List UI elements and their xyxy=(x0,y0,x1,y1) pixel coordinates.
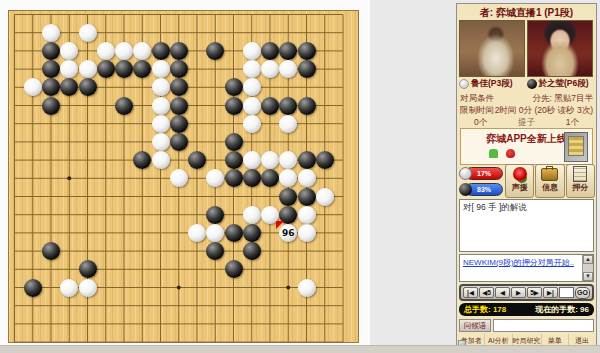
white-player: 鲁佳(P3段) xyxy=(459,78,527,90)
white-stone xyxy=(42,24,60,42)
betting-link[interactable]: NEWKIM(9段)的押分对局开始.. xyxy=(460,255,593,270)
coin-stack-icon xyxy=(573,166,587,182)
white-stone xyxy=(188,224,206,242)
black-stone xyxy=(316,151,334,169)
nav-back-button[interactable]: ◀ xyxy=(495,287,510,298)
cheer-button[interactable]: 声援 xyxy=(505,164,534,198)
black-stone xyxy=(152,42,170,60)
move-navigator: |◀ ◀5 ◀ ▶ 5▶ ▶| GO xyxy=(459,284,594,301)
black-stone xyxy=(298,151,316,169)
black-bar-row: 83% xyxy=(459,183,503,196)
nav-first-button[interactable]: |◀ xyxy=(463,287,478,298)
white-stone xyxy=(152,115,170,133)
go-button[interactable]: GO xyxy=(575,287,590,299)
info-label: 信息 xyxy=(536,183,563,193)
app-banner[interactable]: 弈城APP全新上线 xyxy=(460,128,593,165)
greeting-button[interactable]: 问候语 xyxy=(459,319,491,332)
banner-icons xyxy=(489,149,515,158)
black-stone xyxy=(115,60,133,78)
black-stone xyxy=(170,60,188,78)
black-player-photo xyxy=(527,20,593,77)
nav-back5-button[interactable]: ◀5 xyxy=(479,287,494,298)
black-stone xyxy=(225,97,243,115)
nav-last-button[interactable]: ▶| xyxy=(543,287,558,298)
white-stone xyxy=(170,169,188,187)
feed-scrollbar[interactable]: ▲ ▼ xyxy=(582,255,593,281)
white-stone xyxy=(79,279,97,297)
move-status-bar: 总手数: 178 现在的手数: 96 xyxy=(459,303,594,316)
black-stone xyxy=(279,188,297,206)
time-row: 限制时间 2时间 0分 (20秒 读秒 3次) xyxy=(460,104,593,116)
chat-input[interactable] xyxy=(493,319,594,332)
white-stone xyxy=(261,60,279,78)
white-stone xyxy=(243,206,261,224)
black-stone xyxy=(170,97,188,115)
cheer-label: 声援 xyxy=(506,183,533,193)
white-stone xyxy=(152,97,170,115)
white-stone xyxy=(243,115,261,133)
white-stone xyxy=(298,206,316,224)
black-stone xyxy=(170,78,188,96)
black-stone xyxy=(243,169,261,187)
star-point xyxy=(286,286,290,290)
white-ball-icon xyxy=(459,167,472,180)
nav-forward-button[interactable]: ▶ xyxy=(511,287,526,298)
bet-button[interactable]: 押分 xyxy=(566,164,595,198)
white-stone xyxy=(152,60,170,78)
black-stone xyxy=(42,97,60,115)
black-stone xyxy=(298,97,316,115)
white-stone xyxy=(79,60,97,78)
black-stone xyxy=(298,60,316,78)
conditions-value: 分先: 黑贴7目半 xyxy=(533,92,593,104)
last-move-marker-icon xyxy=(276,221,284,229)
white-player-photo xyxy=(459,20,525,77)
black-stone xyxy=(261,42,279,60)
player-photos xyxy=(459,20,594,77)
captures-row: 0个 提子 1个 xyxy=(460,116,593,128)
black-stone xyxy=(115,97,133,115)
android-icon xyxy=(489,149,498,158)
black-stone xyxy=(170,42,188,60)
black-stone xyxy=(170,133,188,151)
star-point xyxy=(177,286,181,290)
black-stone xyxy=(24,279,42,297)
white-stone xyxy=(261,151,279,169)
white-player-name: 鲁佳(P3段) xyxy=(471,78,513,90)
conditions-label: 对局条件 xyxy=(460,92,494,104)
black-stone xyxy=(225,78,243,96)
black-stone xyxy=(79,260,97,278)
scroll-down-icon[interactable]: ▼ xyxy=(583,272,593,281)
black-stone xyxy=(170,115,188,133)
black-stone-icon xyxy=(527,79,537,89)
scroll-up-icon[interactable]: ▲ xyxy=(583,255,593,264)
white-stone xyxy=(152,133,170,151)
board-area: 96 xyxy=(0,0,370,346)
info-button[interactable]: 信息 xyxy=(535,164,564,198)
briefcase-icon xyxy=(541,168,558,181)
white-stone xyxy=(243,60,261,78)
conditions-row: 对局条件 分先: 黑贴7目半 xyxy=(460,92,593,104)
black-stone xyxy=(225,169,243,187)
white-stone-icon xyxy=(459,79,469,89)
total-moves: 总手数: 178 xyxy=(464,304,506,315)
black-stone xyxy=(279,97,297,115)
black-stone xyxy=(42,242,60,260)
nav-forward5-button[interactable]: 5▶ xyxy=(527,287,542,298)
greeting-row: 问候语 xyxy=(459,319,594,332)
move-number-input[interactable] xyxy=(559,287,574,298)
white-stone xyxy=(79,24,97,42)
white-stone xyxy=(24,78,42,96)
black-player: 於之莹(P6段) xyxy=(527,78,595,90)
white-stone xyxy=(243,78,261,96)
black-stone xyxy=(206,206,224,224)
time-value: 2时间 0分 (20秒 读秒 3次) xyxy=(495,104,593,116)
white-stone xyxy=(298,279,316,297)
white-stone xyxy=(298,224,316,242)
bet-label: 押分 xyxy=(567,183,594,193)
betting-feed[interactable]: NEWKIM(9段)的押分对局开始.. ▲ ▼ xyxy=(459,254,594,282)
black-stone xyxy=(42,42,60,60)
white-stone xyxy=(115,42,133,60)
captures-white: 0个 xyxy=(474,116,487,128)
rose-icon xyxy=(513,167,527,181)
black-stone xyxy=(225,224,243,242)
white-stone xyxy=(316,188,334,206)
commentary-box[interactable]: 对[ 96 手 ]的解说 xyxy=(459,199,594,252)
black-stone xyxy=(225,260,243,278)
go-board[interactable]: 96 xyxy=(8,10,359,343)
white-stone xyxy=(152,151,170,169)
white-stone xyxy=(60,279,78,297)
white-stone xyxy=(97,42,115,60)
side-panel: 者: 弈城直播1 (P1段) 鲁佳(P3段) 於之莹(P6段) 对局条件 分先:… xyxy=(456,3,597,348)
time-label: 限制时间 xyxy=(460,104,494,116)
black-stone xyxy=(42,60,60,78)
black-stone xyxy=(243,242,261,260)
black-stone xyxy=(188,151,206,169)
captures-label: 提子 xyxy=(518,116,535,128)
broadcast-title: 者: 弈城直播1 (P1段) xyxy=(459,6,594,19)
white-stone xyxy=(298,169,316,187)
black-stone xyxy=(261,97,279,115)
captures-black: 1个 xyxy=(566,116,579,128)
white-bar-row: 17% xyxy=(459,167,503,180)
star-point xyxy=(67,176,71,180)
black-stone xyxy=(243,224,261,242)
black-stone xyxy=(298,42,316,60)
black-stone xyxy=(225,151,243,169)
black-stone xyxy=(225,133,243,151)
black-stone xyxy=(97,60,115,78)
white-stone xyxy=(279,115,297,133)
black-stone xyxy=(298,188,316,206)
apple-icon xyxy=(506,149,515,158)
white-stone xyxy=(152,78,170,96)
betting-bars: 17% 83% xyxy=(459,167,503,199)
action-buttons: 声援 信息 押分 xyxy=(505,164,595,198)
current-move: 现在的手数: 96 xyxy=(535,304,589,315)
commentary-text: 对[ 96 手 ]的解说 xyxy=(463,202,527,212)
app-window: 96 者: 弈城直播1 (P1段) 鲁佳(P3段) 於之莹(P6段) 对局条件 … xyxy=(0,0,600,353)
black-ball-icon xyxy=(459,183,472,196)
white-stone xyxy=(243,97,261,115)
black-player-name: 於之莹(P6段) xyxy=(539,78,589,90)
black-stone xyxy=(79,78,97,96)
window-bottom-strip xyxy=(0,345,600,353)
phone-icon xyxy=(564,132,588,162)
player-names: 鲁佳(P3段) 於之莹(P6段) xyxy=(459,78,594,90)
white-stone xyxy=(243,42,261,60)
white-stone xyxy=(243,151,261,169)
